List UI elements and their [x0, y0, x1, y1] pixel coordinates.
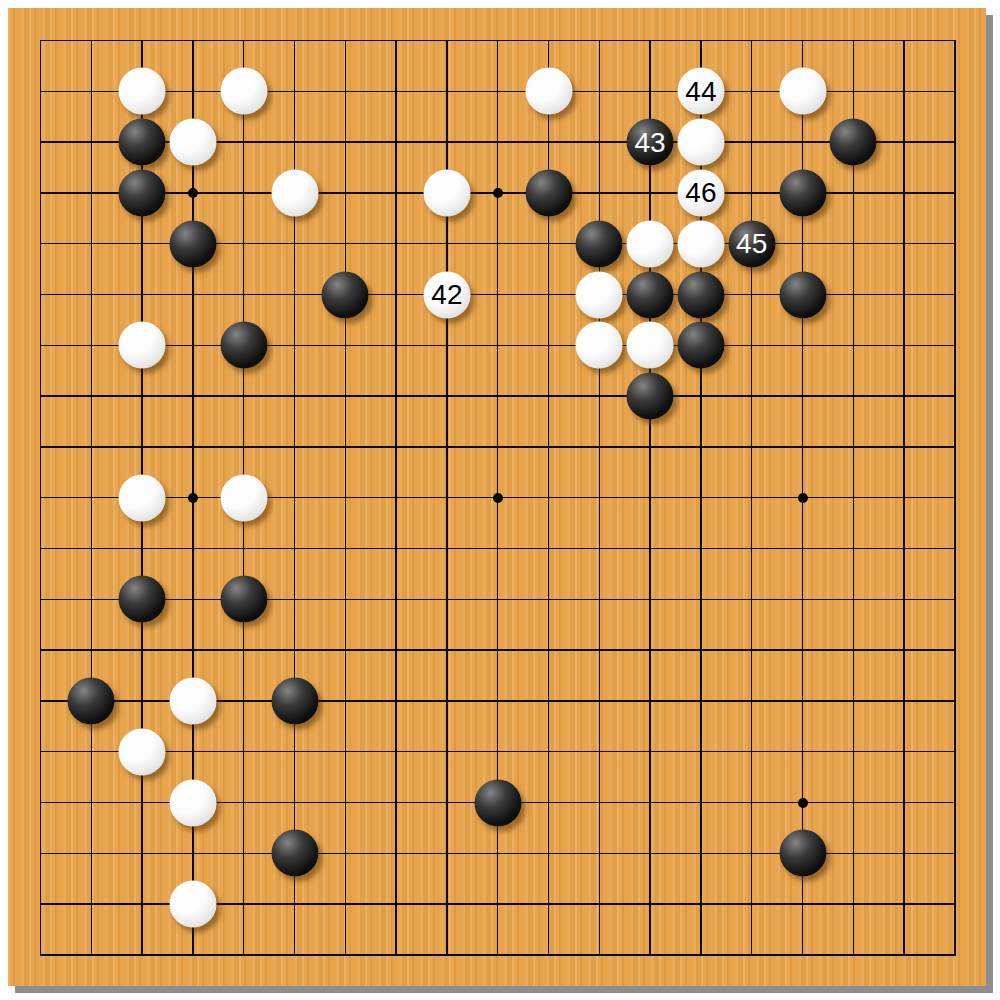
grid-line-horizontal [40, 954, 956, 955]
star-point [188, 188, 198, 198]
white-stone[interactable] [119, 474, 166, 521]
grid-line-vertical [599, 40, 600, 956]
move-number-label: 44 [685, 77, 716, 105]
white-stone[interactable] [119, 322, 166, 369]
star-point [493, 493, 503, 503]
grid-line-horizontal [40, 548, 956, 549]
white-stone[interactable]: 42 [423, 271, 470, 318]
white-stone[interactable] [423, 169, 470, 216]
white-stone[interactable] [627, 220, 674, 267]
move-number-label: 42 [431, 281, 462, 309]
white-stone[interactable] [119, 728, 166, 775]
star-point [188, 493, 198, 503]
black-stone[interactable] [576, 220, 623, 267]
white-stone[interactable] [271, 169, 318, 216]
grid-line-vertical [751, 40, 752, 956]
go-diagram-page: 4443464542 [0, 0, 1000, 1000]
star-point [798, 493, 808, 503]
black-stone[interactable] [271, 677, 318, 724]
black-stone[interactable] [677, 322, 724, 369]
black-stone[interactable]: 45 [728, 220, 775, 267]
white-stone[interactable] [779, 68, 826, 115]
grid-line-vertical [853, 40, 854, 956]
white-stone[interactable] [119, 68, 166, 115]
black-stone[interactable] [830, 119, 877, 166]
black-stone[interactable] [271, 830, 318, 877]
grid-line-horizontal [40, 599, 956, 600]
white-stone[interactable] [169, 677, 216, 724]
grid-line-horizontal [40, 649, 956, 650]
grid-line-vertical [954, 40, 955, 956]
black-stone[interactable] [119, 169, 166, 216]
white-stone[interactable] [525, 68, 572, 115]
black-stone[interactable] [68, 677, 115, 724]
white-stone[interactable] [677, 220, 724, 267]
black-stone[interactable] [119, 119, 166, 166]
black-stone[interactable] [220, 322, 267, 369]
black-stone[interactable] [779, 169, 826, 216]
white-stone[interactable] [169, 881, 216, 928]
white-stone[interactable]: 46 [677, 169, 724, 216]
star-point [493, 188, 503, 198]
grid-line-horizontal [40, 751, 956, 752]
move-number-label: 45 [736, 230, 767, 258]
white-stone[interactable] [576, 271, 623, 318]
black-stone[interactable] [779, 830, 826, 877]
black-stone[interactable] [627, 271, 674, 318]
black-stone[interactable] [677, 271, 724, 318]
star-point [798, 798, 808, 808]
black-stone[interactable] [474, 779, 521, 826]
white-stone[interactable] [576, 322, 623, 369]
white-stone[interactable] [169, 779, 216, 826]
black-stone[interactable] [119, 576, 166, 623]
black-stone[interactable] [220, 576, 267, 623]
move-number-label: 46 [685, 179, 716, 207]
black-stone[interactable] [779, 271, 826, 318]
black-stone[interactable] [525, 169, 572, 216]
go-board[interactable]: 4443464542 [8, 8, 986, 986]
white-stone[interactable] [677, 119, 724, 166]
white-stone[interactable] [627, 322, 674, 369]
move-number-label: 43 [635, 128, 666, 156]
grid-line-vertical [903, 40, 904, 956]
black-stone[interactable] [627, 373, 674, 420]
white-stone[interactable] [220, 68, 267, 115]
black-stone[interactable]: 43 [627, 119, 674, 166]
grid-line-vertical [649, 40, 650, 956]
black-stone[interactable] [169, 220, 216, 267]
white-stone[interactable] [169, 119, 216, 166]
white-stone[interactable]: 44 [677, 68, 724, 115]
black-stone[interactable] [322, 271, 369, 318]
white-stone[interactable] [220, 474, 267, 521]
